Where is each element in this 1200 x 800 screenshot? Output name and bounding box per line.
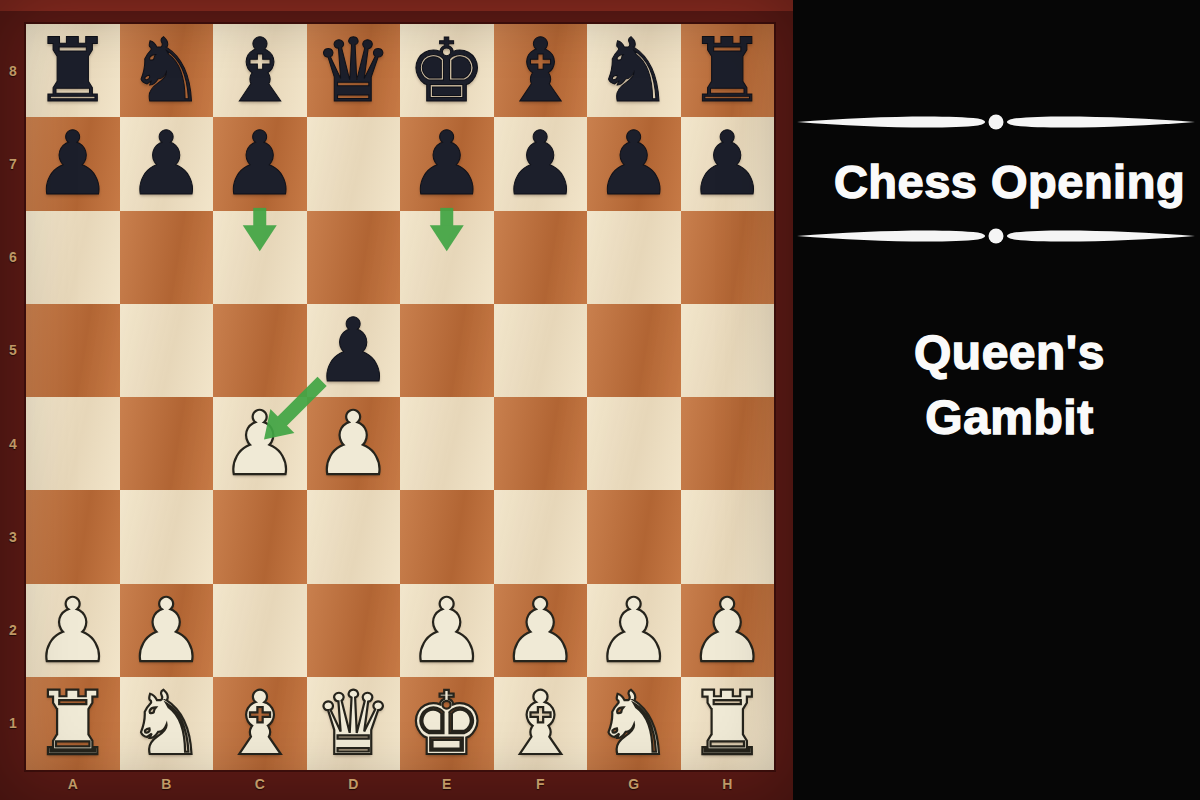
square-d5: ♟: [307, 304, 401, 397]
poster-heading: Chess Opening: [793, 154, 1200, 209]
square-b8: ♞: [120, 24, 214, 117]
piece-white-a1: ♜: [33, 677, 112, 770]
square-b4: [120, 397, 214, 490]
piece-white-h2: ♟: [688, 584, 767, 677]
opening-name-line2: Gambit: [819, 385, 1200, 450]
file-label-F: F: [536, 776, 545, 792]
ornament-divider-bottom-icon: [795, 225, 1197, 247]
piece-white-g1: ♞: [594, 677, 673, 770]
square-g3: [587, 490, 681, 583]
square-c3: [213, 490, 307, 583]
square-a8: ♜: [26, 24, 120, 117]
square-d1: ♛: [307, 677, 401, 770]
rank-label-3: 3: [9, 529, 17, 545]
square-a1: ♜: [26, 677, 120, 770]
square-b7: ♟: [120, 117, 214, 210]
piece-black-f8: ♝: [501, 24, 580, 117]
square-d8: ♛: [307, 24, 401, 117]
piece-white-c4: ♟: [220, 397, 299, 490]
square-e8: ♚: [400, 24, 494, 117]
piece-black-b8: ♞: [127, 24, 206, 117]
file-label-E: E: [442, 776, 451, 792]
rank-label-1: 1: [9, 715, 17, 731]
piece-black-e7: ♟: [407, 117, 486, 210]
square-a5: [26, 304, 120, 397]
piece-white-b1: ♞: [127, 677, 206, 770]
file-label-H: H: [722, 776, 732, 792]
piece-black-a8: ♜: [33, 24, 112, 117]
piece-black-a7: ♟: [33, 117, 112, 210]
piece-black-f7: ♟: [501, 117, 580, 210]
opening-name-line1: Queen's: [819, 320, 1200, 385]
rank-label-5: 5: [9, 342, 17, 358]
piece-white-d1: ♛: [314, 677, 393, 770]
square-h8: ♜: [681, 24, 775, 117]
square-h2: ♟: [681, 584, 775, 677]
square-f4: [494, 397, 588, 490]
square-d3: [307, 490, 401, 583]
piece-white-d4: ♟: [314, 397, 393, 490]
square-e3: [400, 490, 494, 583]
rank-label-4: 4: [9, 436, 17, 452]
square-e5: [400, 304, 494, 397]
piece-black-e8: ♚: [407, 24, 486, 117]
square-b5: [120, 304, 214, 397]
square-b2: ♟: [120, 584, 214, 677]
square-f6: [494, 211, 588, 304]
piece-black-d5: ♟: [314, 304, 393, 397]
square-f7: ♟: [494, 117, 588, 210]
piece-white-h1: ♜: [688, 677, 767, 770]
piece-black-g8: ♞: [594, 24, 673, 117]
square-d6: [307, 211, 401, 304]
square-c7: ♟: [213, 117, 307, 210]
piece-black-c7: ♟: [220, 117, 299, 210]
square-a4: [26, 397, 120, 490]
square-g4: [587, 397, 681, 490]
square-d4: ♟: [307, 397, 401, 490]
square-f5: [494, 304, 588, 397]
square-g5: [587, 304, 681, 397]
rank-label-2: 2: [9, 622, 17, 638]
right-panel: Chess Opening Queen's Gambit ♜ ♞ ChessEa…: [793, 0, 1200, 800]
square-b6: [120, 211, 214, 304]
piece-white-e1: ♚: [407, 677, 486, 770]
square-g6: [587, 211, 681, 304]
file-label-B: B: [161, 776, 171, 792]
piece-white-f2: ♟: [501, 584, 580, 677]
rank-label-6: 6: [9, 249, 17, 265]
square-g2: ♟: [587, 584, 681, 677]
square-c2: [213, 584, 307, 677]
square-e2: ♟: [400, 584, 494, 677]
square-h1: ♜: [681, 677, 775, 770]
square-f8: ♝: [494, 24, 588, 117]
square-a7: ♟: [26, 117, 120, 210]
square-e6: [400, 211, 494, 304]
square-h4: [681, 397, 775, 490]
rank-label-8: 8: [9, 63, 17, 79]
square-h5: [681, 304, 775, 397]
square-a2: ♟: [26, 584, 120, 677]
piece-white-c1: ♝: [220, 677, 299, 770]
piece-white-b2: ♟: [127, 584, 206, 677]
file-label-D: D: [348, 776, 358, 792]
file-label-G: G: [628, 776, 639, 792]
piece-white-g2: ♟: [594, 584, 673, 677]
rank-label-7: 7: [9, 156, 17, 172]
square-e1: ♚: [400, 677, 494, 770]
square-g7: ♟: [587, 117, 681, 210]
piece-white-a2: ♟: [33, 584, 112, 677]
piece-white-e2: ♟: [407, 584, 486, 677]
square-h7: ♟: [681, 117, 775, 210]
board-squares: ♜♞♝♛♚♝♞♜♟♟♟♟♟♟♟♟♟♟♟♟♟♟♟♟♜♞♝♛♚♝♞♜: [26, 24, 774, 770]
square-c1: ♝: [213, 677, 307, 770]
piece-white-f1: ♝: [501, 677, 580, 770]
piece-black-b7: ♟: [127, 117, 206, 210]
chess-board: ♜♞♝♛♚♝♞♜♟♟♟♟♟♟♟♟♟♟♟♟♟♟♟♟♜♞♝♛♚♝♞♜ 8765432…: [0, 0, 793, 800]
square-a6: [26, 211, 120, 304]
square-c8: ♝: [213, 24, 307, 117]
square-b3: [120, 490, 214, 583]
piece-black-h8: ♜: [688, 24, 767, 117]
square-c4: ♟: [213, 397, 307, 490]
square-g8: ♞: [587, 24, 681, 117]
square-e4: [400, 397, 494, 490]
square-d7: [307, 117, 401, 210]
file-label-A: A: [68, 776, 78, 792]
square-g1: ♞: [587, 677, 681, 770]
ornament-divider-top-icon: [795, 111, 1197, 133]
square-c5: [213, 304, 307, 397]
square-c6: [213, 211, 307, 304]
piece-black-g7: ♟: [594, 117, 673, 210]
piece-black-d8: ♛: [314, 24, 393, 117]
square-a3: [26, 490, 120, 583]
square-e7: ♟: [400, 117, 494, 210]
square-b1: ♞: [120, 677, 214, 770]
square-h6: [681, 211, 775, 304]
piece-black-c8: ♝: [220, 24, 299, 117]
square-h3: [681, 490, 775, 583]
square-f3: [494, 490, 588, 583]
opening-name: Queen's Gambit: [793, 320, 1200, 450]
square-f1: ♝: [494, 677, 588, 770]
square-d2: [307, 584, 401, 677]
piece-black-h7: ♟: [688, 117, 767, 210]
square-f2: ♟: [494, 584, 588, 677]
poster: ♜♞♝♛♚♝♞♜♟♟♟♟♟♟♟♟♟♟♟♟♟♟♟♟♜♞♝♛♚♝♞♜ 8765432…: [0, 0, 1200, 800]
file-label-C: C: [255, 776, 265, 792]
